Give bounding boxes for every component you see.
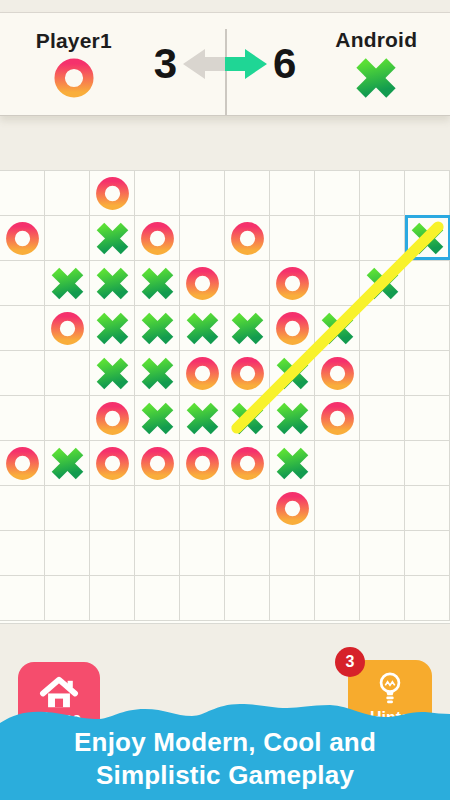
board-cell-r9c8[interactable] (360, 576, 405, 621)
x-piece (319, 310, 356, 347)
x-piece (139, 310, 176, 347)
o-piece (184, 265, 221, 302)
board-cell-r7c5[interactable] (225, 486, 270, 531)
board-cell-r5c6[interactable] (270, 396, 315, 441)
board-cell-r4c0[interactable] (0, 351, 45, 396)
board-cell-r2c1[interactable] (45, 261, 90, 306)
board-cell-r2c8[interactable] (360, 261, 405, 306)
o-piece (229, 220, 266, 257)
x-piece (94, 265, 131, 302)
board-cell-r1c0[interactable] (0, 216, 45, 261)
board-cell-r3c8[interactable] (360, 306, 405, 351)
board-cell-r9c0[interactable] (0, 576, 45, 621)
board-cell-r3c1[interactable] (45, 306, 90, 351)
board-cell-r4c4[interactable] (180, 351, 225, 396)
board-cell-r5c5[interactable] (225, 396, 270, 441)
board-cell-r2c7[interactable] (315, 261, 360, 306)
app-root: Player1 3 6 Android (0, 0, 450, 800)
board-cell-r2c5[interactable] (225, 261, 270, 306)
board-cell-r5c8[interactable] (360, 396, 405, 441)
board-cell-r2c0[interactable] (0, 261, 45, 306)
board-cell-r2c2[interactable] (90, 261, 135, 306)
o-piece (274, 310, 311, 347)
x-piece (94, 310, 131, 347)
board-cell-r2c3[interactable] (135, 261, 180, 306)
board-cell-r3c9[interactable] (405, 306, 450, 351)
board-cell-r0c6[interactable] (270, 171, 315, 216)
board-cell-r2c9[interactable] (405, 261, 450, 306)
o-piece (319, 355, 356, 392)
board-cell-r8c1[interactable] (45, 531, 90, 576)
board-cell-r1c4[interactable] (180, 216, 225, 261)
x-piece (274, 355, 311, 392)
board-cell-r4c6[interactable] (270, 351, 315, 396)
board-cell-r6c0[interactable] (0, 441, 45, 486)
x-piece (364, 265, 401, 302)
board-cell-r0c0[interactable] (0, 171, 45, 216)
board-cell-r5c0[interactable] (0, 396, 45, 441)
board-cell-r6c5[interactable] (225, 441, 270, 486)
board-cell-r9c6[interactable] (270, 576, 315, 621)
board-cell-r1c8[interactable] (360, 216, 405, 261)
o-piece (184, 445, 221, 482)
x-piece (94, 220, 131, 257)
board-cell-r6c3[interactable] (135, 441, 180, 486)
board-cell-r0c4[interactable] (180, 171, 225, 216)
board-cell-r6c6[interactable] (270, 441, 315, 486)
board-cell-r3c0[interactable] (0, 306, 45, 351)
o-piece (4, 445, 41, 482)
player1-panel: Player1 (0, 13, 148, 115)
board-cell-r5c9[interactable] (405, 396, 450, 441)
player2-score: 6 (273, 40, 296, 88)
board-cell-r9c9[interactable] (405, 576, 450, 621)
board-cell-r7c9[interactable] (405, 486, 450, 531)
o-piece (94, 445, 131, 482)
board-cell-r7c8[interactable] (360, 486, 405, 531)
board-cell-r7c4[interactable] (180, 486, 225, 531)
player2-symbol-x-icon (353, 55, 399, 101)
x-piece (274, 400, 311, 437)
board-cell-r8c5[interactable] (225, 531, 270, 576)
board-cell-r3c7[interactable] (315, 306, 360, 351)
board-cell-r0c1[interactable] (45, 171, 90, 216)
o-piece (49, 310, 86, 347)
o-piece (184, 355, 221, 392)
x-piece (229, 310, 266, 347)
board-cell-r6c8[interactable] (360, 441, 405, 486)
x-piece (139, 355, 176, 392)
board-cell-r4c2[interactable] (90, 351, 135, 396)
board-cell-r7c7[interactable] (315, 486, 360, 531)
board-cell-r4c3[interactable] (135, 351, 180, 396)
board-cell-r1c6[interactable] (270, 216, 315, 261)
x-piece (49, 445, 86, 482)
selected-cell-highlight (405, 215, 450, 260)
board-cell-r0c8[interactable] (360, 171, 405, 216)
banner-line2: Simplistic Gameplay (0, 759, 450, 792)
board-cell-r8c4[interactable] (180, 531, 225, 576)
board-cell-r5c1[interactable] (45, 396, 90, 441)
board-cell-r0c9[interactable] (405, 171, 450, 216)
board-cell-r8c2[interactable] (90, 531, 135, 576)
board-cell-r9c4[interactable] (180, 576, 225, 621)
board-cell-r5c7[interactable] (315, 396, 360, 441)
player1-score: 3 (154, 40, 177, 88)
board-cell-r4c8[interactable] (360, 351, 405, 396)
board-cell-r3c2[interactable] (90, 306, 135, 351)
o-piece (94, 400, 131, 437)
o-piece (94, 175, 131, 212)
game-board (0, 170, 450, 624)
board-cell-r0c7[interactable] (315, 171, 360, 216)
board-cell-r1c3[interactable] (135, 216, 180, 261)
board-cell-r8c7[interactable] (315, 531, 360, 576)
board-cell-r6c9[interactable] (405, 441, 450, 486)
player2-name: Android (335, 28, 417, 52)
board-cell-r6c2[interactable] (90, 441, 135, 486)
board-cell-r9c1[interactable] (45, 576, 90, 621)
board-cell-r4c1[interactable] (45, 351, 90, 396)
o-piece (319, 400, 356, 437)
board-cell-r8c9[interactable] (405, 531, 450, 576)
board-cell-r9c7[interactable] (315, 576, 360, 621)
board-cell-r8c0[interactable] (0, 531, 45, 576)
board-cell-r2c6[interactable] (270, 261, 315, 306)
board-cell-r9c5[interactable] (225, 576, 270, 621)
x-piece (139, 265, 176, 302)
board-cell-r0c5[interactable] (225, 171, 270, 216)
board-cell-r6c4[interactable] (180, 441, 225, 486)
board-cell-r2c4[interactable] (180, 261, 225, 306)
board-cell-r3c4[interactable] (180, 306, 225, 351)
board-cell-r4c7[interactable] (315, 351, 360, 396)
banner-text: Enjoy Modern, Cool and Simplistic Gamepl… (0, 726, 450, 792)
board-cell-r8c6[interactable] (270, 531, 315, 576)
board-cell-r7c6[interactable] (270, 486, 315, 531)
board-cell-r0c3[interactable] (135, 171, 180, 216)
player1-name: Player1 (36, 29, 112, 53)
o-piece (229, 445, 266, 482)
board-cell-r5c3[interactable] (135, 396, 180, 441)
x-piece (184, 400, 221, 437)
board-cell-r7c1[interactable] (45, 486, 90, 531)
board-cell-r9c3[interactable] (135, 576, 180, 621)
player2-panel: Android (302, 13, 450, 115)
x-piece (184, 310, 221, 347)
board-cell-r8c3[interactable] (135, 531, 180, 576)
x-piece (274, 445, 311, 482)
board-cell-r4c5[interactable] (225, 351, 270, 396)
board-cell-r1c7[interactable] (315, 216, 360, 261)
o-piece (139, 445, 176, 482)
board-cell-r9c2[interactable] (90, 576, 135, 621)
board-cell-r1c1[interactable] (45, 216, 90, 261)
x-piece (94, 355, 131, 392)
x-piece (49, 265, 86, 302)
banner-line1: Enjoy Modern, Cool and (0, 726, 450, 759)
board-cell-r7c3[interactable] (135, 486, 180, 531)
board-cell-r8c8[interactable] (360, 531, 405, 576)
o-piece (229, 355, 266, 392)
board-cell-r1c2[interactable] (90, 216, 135, 261)
board-cell-r0c2[interactable] (90, 171, 135, 216)
board-cell-r1c5[interactable] (225, 216, 270, 261)
board-cell-r6c1[interactable] (45, 441, 90, 486)
o-piece (139, 220, 176, 257)
player1-symbol-o-icon (52, 56, 96, 100)
board-cell-r3c6[interactable] (270, 306, 315, 351)
board-cell-r3c3[interactable] (135, 306, 180, 351)
o-piece (4, 220, 41, 257)
board-cell-r7c0[interactable] (0, 486, 45, 531)
board-cell-r5c4[interactable] (180, 396, 225, 441)
board-cell-r7c2[interactable] (90, 486, 135, 531)
board-cell-r6c7[interactable] (315, 441, 360, 486)
score-arrows-icon (181, 44, 269, 84)
board-cell-r4c9[interactable] (405, 351, 450, 396)
board-cell-r5c2[interactable] (90, 396, 135, 441)
score-header-card: Player1 3 6 Android (0, 12, 450, 116)
board-cell-r3c5[interactable] (225, 306, 270, 351)
x-piece (229, 400, 266, 437)
o-piece (274, 490, 311, 527)
x-piece (139, 400, 176, 437)
o-piece (274, 265, 311, 302)
hints-badge: 3 (335, 647, 365, 677)
score-panel: 3 6 (148, 13, 303, 115)
